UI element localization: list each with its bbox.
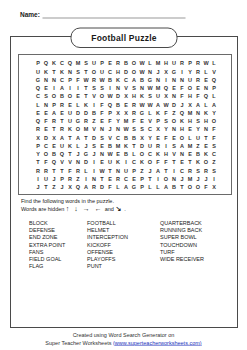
grid-cell-r12c3: B bbox=[50, 150, 58, 158]
grid-cell-r2c14: W bbox=[138, 67, 146, 75]
diagonal-arrow-icon: ↘ bbox=[115, 204, 122, 212]
grid-cell-r8c8: Z bbox=[90, 117, 98, 125]
grid-cell-r11c6: L bbox=[74, 142, 82, 150]
grid-cell-r7c23: Y bbox=[210, 109, 218, 117]
grid-cell-r16c9: D bbox=[98, 183, 106, 191]
grid-cell-r6c6: L bbox=[74, 100, 82, 108]
grid-cell-r4c5: I bbox=[66, 84, 74, 92]
grid-cell-r16c4: J bbox=[58, 183, 66, 191]
grid-cell-r1c9: P bbox=[98, 59, 106, 67]
instructions-line2: Words are hidden ↑ ↓ → ← and ↘ . bbox=[21, 205, 126, 213]
grid-cell-r15c15: T bbox=[146, 175, 154, 183]
grid-cell-r14c13: P bbox=[130, 166, 138, 174]
grid-cell-r9c9: N bbox=[98, 125, 106, 133]
grid-cell-r4c1: Q bbox=[34, 84, 42, 92]
grid-cell-r15c6: Z bbox=[74, 175, 82, 183]
grid-cell-r5c19: F bbox=[178, 92, 186, 100]
grid-cell-r10c21: U bbox=[194, 133, 202, 141]
grid-cell-r6c11: B bbox=[114, 100, 122, 108]
grid-cell-r14c21: S bbox=[194, 166, 202, 174]
grid-cell-r1c20: P bbox=[186, 59, 194, 67]
grid-cell-r14c15: J bbox=[146, 166, 154, 174]
grid-cell-r15c13: E bbox=[130, 175, 138, 183]
grid-cell-r6c20: X bbox=[186, 100, 194, 108]
grid-cell-r7c14: G bbox=[138, 109, 146, 117]
word-list-item: END ZONE bbox=[29, 234, 87, 241]
grid-cell-r10c18: E bbox=[170, 133, 178, 141]
grid-cell-r14c20: R bbox=[186, 166, 194, 174]
grid-cell-r15c22: J bbox=[202, 175, 210, 183]
grid-cell-r1c15: L bbox=[146, 59, 154, 67]
grid-cell-r3c2: N bbox=[42, 76, 50, 84]
grid-cell-r12c9: N bbox=[98, 150, 106, 158]
grid-cell-r13c19: E bbox=[178, 158, 186, 166]
grid-cell-r13c1: T bbox=[34, 158, 42, 166]
grid-cell-r16c2: T bbox=[42, 183, 50, 191]
grid-cell-r16c17: A bbox=[162, 183, 170, 191]
grid-cell-r5c14: K bbox=[138, 92, 146, 100]
grid-cell-r12c22: K bbox=[202, 150, 210, 158]
word-list: BLOCKDEFENSEEND ZONEEXTRA POINTFANSFIELD… bbox=[29, 219, 204, 270]
word-list-item: SUPER BOWL bbox=[160, 234, 204, 241]
grid-cell-r16c11: L bbox=[114, 183, 122, 191]
word-list-item: KICKOFF bbox=[87, 241, 160, 248]
grid-cell-r15c7: I bbox=[82, 175, 90, 183]
grid-cell-r15c17: O bbox=[162, 175, 170, 183]
grid-cell-r7c1: E bbox=[34, 109, 42, 117]
grid-cell-r12c13: L bbox=[130, 150, 138, 158]
grid-cell-r2c7: T bbox=[82, 67, 90, 75]
grid-cell-r10c3: X bbox=[50, 133, 58, 141]
grid-cell-r7c10: P bbox=[106, 109, 114, 117]
grid-cell-r13c20: T bbox=[186, 158, 194, 166]
grid-cell-r1c11: R bbox=[114, 59, 122, 67]
grid-cell-r12c21: B bbox=[194, 150, 202, 158]
word-list-item: FLAG bbox=[29, 263, 87, 270]
grid-cell-r12c7: G bbox=[82, 150, 90, 158]
grid-cell-r12c16: K bbox=[154, 150, 162, 158]
grid-cell-r6c12: E bbox=[122, 100, 130, 108]
grid-cell-r4c7: T bbox=[82, 84, 90, 92]
worksheet-page: Name: Football Puzzle PQKCQMSUPERBOWLMHU… bbox=[0, 0, 247, 350]
grid-cell-r12c10: W bbox=[106, 150, 114, 158]
grid-cell-r9c8: V bbox=[90, 125, 98, 133]
grid-cell-r16c5: X bbox=[66, 183, 74, 191]
grid-cell-r6c7: K bbox=[82, 100, 90, 108]
grid-cell-r9c17: Y bbox=[162, 125, 170, 133]
grid-cell-r13c17: F bbox=[162, 158, 170, 166]
grid-cell-r13c11: K bbox=[114, 158, 122, 166]
word-list-item: FANS bbox=[29, 248, 87, 255]
grid-cell-r9c11: N bbox=[114, 125, 122, 133]
grid-cell-r12c17: H bbox=[162, 150, 170, 158]
word-list-item: TURF bbox=[160, 248, 204, 255]
grid-cell-r11c15: U bbox=[146, 142, 154, 150]
grid-cell-r16c16: L bbox=[154, 183, 162, 191]
grid-cell-r5c9: O bbox=[98, 92, 106, 100]
grid-cell-r2c13: O bbox=[130, 67, 138, 75]
grid-cell-r2c11: H bbox=[114, 67, 122, 75]
grid-cell-r16c8: R bbox=[90, 183, 98, 191]
grid-cell-r12c18: V bbox=[170, 150, 178, 158]
grid-cell-r13c22: O bbox=[202, 158, 210, 166]
grid-cell-r1c8: U bbox=[90, 59, 98, 67]
grid-cell-r5c15: S bbox=[146, 92, 154, 100]
grid-cell-r8c9: E bbox=[98, 117, 106, 125]
grid-cell-r1c10: E bbox=[106, 59, 114, 67]
grid-cell-r13c3: Q bbox=[50, 158, 58, 166]
grid-cell-r3c17: I bbox=[162, 76, 170, 84]
grid-cell-r15c20: M bbox=[186, 175, 194, 183]
grid-cell-r7c5: U bbox=[66, 109, 74, 117]
grid-cell-r3c3: N bbox=[50, 76, 58, 84]
grid-cell-r1c19: R bbox=[178, 59, 186, 67]
grid-cell-r4c6: I bbox=[74, 84, 82, 92]
grid-cell-r6c5: E bbox=[66, 100, 74, 108]
grid-cell-r16c14: P bbox=[138, 183, 146, 191]
grid-cell-r11c12: K bbox=[122, 142, 130, 150]
word-list-item: PLAYOFFS bbox=[87, 255, 160, 262]
grid-cell-r11c1: P bbox=[34, 142, 42, 150]
name-blank-line bbox=[42, 11, 185, 19]
grid-cell-r11c2: C bbox=[42, 142, 50, 150]
grid-cell-r1c6: M bbox=[74, 59, 82, 67]
letter-grid: PQKCQMSUPERBOWLMHURPRWLUKTKNSTOUCHDOWNJX… bbox=[34, 59, 218, 191]
superteacherworksheets-link[interactable]: (www.superteacherworksheets.com) bbox=[113, 340, 202, 346]
grid-cell-r8c1: Q bbox=[34, 117, 42, 125]
grid-cell-r16c1: J bbox=[34, 183, 42, 191]
grid-cell-r9c20: E bbox=[186, 125, 194, 133]
grid-cell-r9c2: E bbox=[42, 125, 50, 133]
grid-cell-r10c2: D bbox=[42, 133, 50, 141]
grid-cell-r13c9: E bbox=[98, 158, 106, 166]
footer-line2: Super Teacher Worksheets (www.superteach… bbox=[0, 339, 247, 348]
grid-cell-r1c3: K bbox=[50, 59, 58, 67]
grid-cell-r5c4: B bbox=[58, 92, 66, 100]
grid-cell-r6c19: J bbox=[178, 100, 186, 108]
grid-cell-r8c4: T bbox=[58, 117, 66, 125]
grid-cell-r4c2: E bbox=[42, 84, 50, 92]
grid-cell-r3c6: F bbox=[74, 76, 82, 84]
grid-cell-r9c7: M bbox=[82, 125, 90, 133]
grid-cell-r5c20: H bbox=[186, 92, 194, 100]
grid-cell-r15c3: J bbox=[50, 175, 58, 183]
grid-cell-r2c19: I bbox=[178, 67, 186, 75]
grid-cell-r5c2: S bbox=[42, 92, 50, 100]
grid-cell-r14c4: T bbox=[58, 166, 66, 174]
grid-cell-r10c10: V bbox=[106, 133, 114, 141]
grid-cell-r2c10: C bbox=[106, 67, 114, 75]
grid-cell-r12c1: Y bbox=[34, 150, 42, 158]
grid-cell-r6c4: R bbox=[58, 100, 66, 108]
grid-cell-r12c8: J bbox=[90, 150, 98, 158]
grid-cell-r2c12: D bbox=[122, 67, 130, 75]
grid-cell-r7c16: K bbox=[154, 109, 162, 117]
grid-cell-r8c5: U bbox=[66, 117, 74, 125]
grid-cell-r3c15: G bbox=[146, 76, 154, 84]
grid-cell-r13c18: T bbox=[170, 158, 178, 166]
grid-cell-r2c21: R bbox=[194, 67, 202, 75]
direction-arrows-icon: ↑ ↓ → ← bbox=[66, 204, 103, 212]
grid-cell-r1c7: S bbox=[82, 59, 90, 67]
grid-cell-r8c21: S bbox=[194, 117, 202, 125]
grid-cell-r8c16: P bbox=[154, 117, 162, 125]
grid-cell-r14c9: W bbox=[98, 166, 106, 174]
grid-cell-r10c23: F bbox=[210, 133, 218, 141]
grid-cell-r6c14: W bbox=[138, 100, 146, 108]
grid-cell-r15c10: E bbox=[106, 175, 114, 183]
grid-cell-r11c10: B bbox=[106, 142, 114, 150]
grid-cell-r5c7: T bbox=[82, 92, 90, 100]
grid-cell-r5c6: E bbox=[74, 92, 82, 100]
grid-cell-r3c13: A bbox=[130, 76, 138, 84]
grid-cell-r12c23: C bbox=[210, 150, 218, 158]
name-label: Name: bbox=[20, 11, 40, 19]
word-list-item: PUNT bbox=[87, 263, 160, 270]
grid-cell-r3c4: C bbox=[58, 76, 66, 84]
grid-cell-r7c13: R bbox=[130, 109, 138, 117]
grid-cell-r15c21: J bbox=[194, 175, 202, 183]
grid-cell-r12c12: B bbox=[122, 150, 130, 158]
word-list-item: WIDE RECEIVER bbox=[160, 255, 204, 262]
grid-cell-r2c20: Y bbox=[186, 67, 194, 75]
grid-cell-r16c13: G bbox=[130, 183, 138, 191]
grid-cell-r5c10: W bbox=[106, 92, 114, 100]
grid-cell-r8c22: H bbox=[202, 117, 210, 125]
grid-cell-r11c3: E bbox=[50, 142, 58, 150]
grid-cell-r3c23: Q bbox=[210, 76, 218, 84]
grid-cell-r4c23: P bbox=[210, 84, 218, 92]
grid-cell-r11c21: Z bbox=[194, 142, 202, 150]
grid-cell-r1c13: O bbox=[130, 59, 138, 67]
grid-cell-r13c2: F bbox=[42, 158, 50, 166]
grid-cell-r7c17: F bbox=[162, 109, 170, 117]
grid-cell-r4c15: W bbox=[146, 84, 154, 92]
grid-cell-r2c2: K bbox=[42, 67, 50, 75]
grid-cell-r5c16: U bbox=[154, 92, 162, 100]
grid-cell-r16c19: T bbox=[178, 183, 186, 191]
grid-cell-r7c3: A bbox=[50, 109, 58, 117]
grid-cell-r4c22: N bbox=[202, 84, 210, 92]
grid-cell-r15c2: U bbox=[42, 175, 50, 183]
grid-cell-r4c10: I bbox=[106, 84, 114, 92]
grid-cell-r8c2: F bbox=[42, 117, 50, 125]
grid-cell-r3c10: B bbox=[106, 76, 114, 84]
grid-cell-r14c17: T bbox=[162, 166, 170, 174]
grid-cell-r12c19: N bbox=[178, 150, 186, 158]
grid-cell-r3c11: K bbox=[114, 76, 122, 84]
grid-cell-r7c18: Z bbox=[170, 109, 178, 117]
grid-cell-r7c11: X bbox=[114, 109, 122, 117]
grid-cell-r6c8: I bbox=[90, 100, 98, 108]
grid-cell-r2c8: O bbox=[90, 67, 98, 75]
word-list-item: RUNNING BACK bbox=[160, 226, 204, 233]
grid-cell-r4c13: S bbox=[130, 84, 138, 92]
grid-cell-r7c22: K bbox=[202, 109, 210, 117]
grid-cell-r6c22: L bbox=[202, 100, 210, 108]
footer-line2-prefix: Super Teacher Worksheets bbox=[45, 340, 113, 346]
grid-cell-r4c17: Q bbox=[162, 84, 170, 92]
grid-cell-r9c10: J bbox=[106, 125, 114, 133]
grid-cell-r13c16: F bbox=[154, 158, 162, 166]
grid-cell-r13c13: C bbox=[130, 158, 138, 166]
grid-cell-r9c3: T bbox=[50, 125, 58, 133]
grid-cell-r7c8: B bbox=[90, 109, 98, 117]
grid-cell-r9c1: R bbox=[34, 125, 42, 133]
grid-cell-r13c6: N bbox=[74, 158, 82, 166]
grid-cell-r14c12: U bbox=[122, 166, 130, 174]
grid-cell-r1c1: P bbox=[34, 59, 42, 67]
grid-cell-r2c1: U bbox=[34, 67, 42, 75]
grid-cell-r9c6: O bbox=[74, 125, 82, 133]
grid-cell-r15c19: J bbox=[178, 175, 186, 183]
grid-cell-r8c17: S bbox=[162, 117, 170, 125]
grid-cell-r16c7: A bbox=[82, 183, 90, 191]
grid-cell-r11c18: S bbox=[170, 142, 178, 150]
grid-cell-r9c16: X bbox=[154, 125, 162, 133]
grid-cell-r5c22: Q bbox=[202, 92, 210, 100]
grid-cell-r16c22: F bbox=[202, 183, 210, 191]
letter-grid-box: PQKCQMSUPERBOWLMHURPRWLUKTKNSTOUCHDOWNJX… bbox=[18, 54, 232, 195]
word-list-column-2: FOOTBALLHELMETINTERCEPTIONKICKOFFOFFENSE… bbox=[87, 219, 160, 270]
grid-cell-r6c1: L bbox=[34, 100, 42, 108]
word-list-column-1: BLOCKDEFENSEEND ZONEEXTRA POINTFANSFIELD… bbox=[29, 219, 87, 270]
grid-cell-r16c15: L bbox=[146, 183, 154, 191]
grid-cell-r9c18: N bbox=[170, 125, 178, 133]
grid-cell-r10c7: T bbox=[82, 133, 90, 141]
grid-cell-r4c18: E bbox=[170, 84, 178, 92]
grid-cell-r13c4: V bbox=[58, 158, 66, 166]
grid-cell-r2c4: K bbox=[58, 67, 66, 75]
grid-cell-r11c17: I bbox=[162, 142, 170, 150]
grid-cell-r11c22: E bbox=[202, 142, 210, 150]
grid-cell-r14c22: R bbox=[202, 166, 210, 174]
word-list-item: BLOCK bbox=[29, 219, 87, 226]
grid-cell-r13c10: U bbox=[106, 158, 114, 166]
grid-cell-r6c15: W bbox=[146, 100, 154, 108]
grid-cell-r11c5: K bbox=[66, 142, 74, 150]
title-pill: Football Puzzle bbox=[71, 28, 178, 49]
grid-cell-r15c8: N bbox=[90, 175, 98, 183]
grid-cell-r6c3: P bbox=[50, 100, 58, 108]
grid-cell-r3c21: R bbox=[194, 76, 202, 84]
grid-cell-r14c3: T bbox=[50, 166, 58, 174]
grid-cell-r6c21: A bbox=[194, 100, 202, 108]
grid-cell-r4c19: F bbox=[178, 84, 186, 92]
grid-cell-r10c20: L bbox=[186, 133, 194, 141]
grid-cell-r7c12: X bbox=[122, 109, 130, 117]
grid-cell-r9c22: N bbox=[202, 125, 210, 133]
grid-cell-r14c10: T bbox=[106, 166, 114, 174]
grid-cell-r8c7: R bbox=[82, 117, 90, 125]
grid-cell-r14c14: Z bbox=[138, 166, 146, 174]
grid-cell-r8c15: V bbox=[146, 117, 154, 125]
grid-cell-r4c9: S bbox=[98, 84, 106, 92]
grid-cell-r2c17: X bbox=[162, 67, 170, 75]
grid-cell-r16c21: O bbox=[194, 183, 202, 191]
grid-cell-r1c21: R bbox=[194, 59, 202, 67]
grid-cell-r2c5: N bbox=[66, 67, 74, 75]
grid-cell-r4c3: I bbox=[50, 84, 58, 92]
grid-cell-r9c21: Y bbox=[194, 125, 202, 133]
grid-cell-r3c19: N bbox=[178, 76, 186, 84]
instructions-line2-prefix: Words are hidden bbox=[21, 206, 64, 212]
grid-cell-r10c19: O bbox=[178, 133, 186, 141]
grid-cell-r10c17: F bbox=[162, 133, 170, 141]
grid-cell-r4c8: S bbox=[90, 84, 98, 92]
grid-cell-r6c2: N bbox=[42, 100, 50, 108]
grid-cell-r16c6: Q bbox=[74, 183, 82, 191]
grid-cell-r10c14: X bbox=[138, 133, 146, 141]
grid-cell-r3c14: B bbox=[138, 76, 146, 84]
grid-cell-r14c23: S bbox=[210, 166, 218, 174]
grid-cell-r16c3: Z bbox=[50, 183, 58, 191]
word-list-item: INTERCEPTION bbox=[87, 234, 160, 241]
word-list-item: DEFENSE bbox=[29, 226, 87, 233]
grid-cell-r15c11: R bbox=[114, 175, 122, 183]
grid-cell-r4c16: M bbox=[154, 84, 162, 92]
grid-cell-r4c12: V bbox=[122, 84, 130, 92]
grid-cell-r7c6: D bbox=[74, 109, 82, 117]
grid-cell-r14c1: R bbox=[34, 166, 42, 174]
word-list-item: FOOTBALL bbox=[87, 219, 160, 226]
grid-cell-r5c5: O bbox=[66, 92, 74, 100]
grid-cell-r15c1: I bbox=[34, 175, 42, 183]
grid-cell-r2c9: U bbox=[98, 67, 106, 75]
grid-cell-r3c7: W bbox=[82, 76, 90, 84]
grid-cell-r7c2: E bbox=[42, 109, 50, 117]
grid-cell-r1c5: Q bbox=[66, 59, 74, 67]
grid-cell-r10c12: B bbox=[122, 133, 130, 141]
grid-cell-r7c15: L bbox=[146, 109, 154, 117]
grid-cell-r3c20: U bbox=[186, 76, 194, 84]
grid-cell-r15c5: R bbox=[66, 175, 74, 183]
grid-cell-r12c20: E bbox=[186, 150, 194, 158]
grid-cell-r2c18: G bbox=[170, 67, 178, 75]
grid-cell-r14c5: F bbox=[66, 166, 74, 174]
grid-cell-r14c18: I bbox=[170, 166, 178, 174]
grid-cell-r5c13: H bbox=[130, 92, 138, 100]
grid-cell-r1c18: U bbox=[170, 59, 178, 67]
grid-cell-r13c23: Z bbox=[210, 158, 218, 166]
grid-cell-r15c12: C bbox=[122, 175, 130, 183]
grid-cell-r11c14: D bbox=[138, 142, 146, 150]
grid-cell-r14c11: N bbox=[114, 166, 122, 174]
word-list-item: OFFENSE bbox=[87, 248, 160, 255]
grid-cell-r9c14: S bbox=[138, 125, 146, 133]
grid-cell-r1c22: W bbox=[202, 59, 210, 67]
grid-cell-r8c6: G bbox=[74, 117, 82, 125]
grid-cell-r11c23: S bbox=[210, 142, 218, 150]
grid-cell-r2c3: T bbox=[50, 67, 58, 75]
word-list-item: TOUCHDOWN bbox=[160, 241, 204, 248]
grid-cell-r15c9: T bbox=[98, 175, 106, 183]
instructions-period: . bbox=[124, 206, 126, 212]
grid-cell-r10c5: T bbox=[66, 133, 74, 141]
grid-cell-r12c2: O bbox=[42, 150, 50, 158]
grid-cell-r13c14: K bbox=[138, 158, 146, 166]
grid-cell-r5c8: V bbox=[90, 92, 98, 100]
grid-cell-r11c4: U bbox=[58, 142, 66, 150]
grid-cell-r8c10: F bbox=[106, 117, 114, 125]
grid-cell-r5c1: C bbox=[34, 92, 42, 100]
grid-cell-r9c15: C bbox=[146, 125, 154, 133]
grid-cell-r3c5: P bbox=[66, 76, 74, 84]
grid-cell-r15c23: I bbox=[210, 175, 218, 183]
grid-cell-r11c11: M bbox=[114, 142, 122, 150]
grid-cell-r13c21: K bbox=[194, 158, 202, 166]
grid-cell-r11c20: M bbox=[186, 142, 194, 150]
